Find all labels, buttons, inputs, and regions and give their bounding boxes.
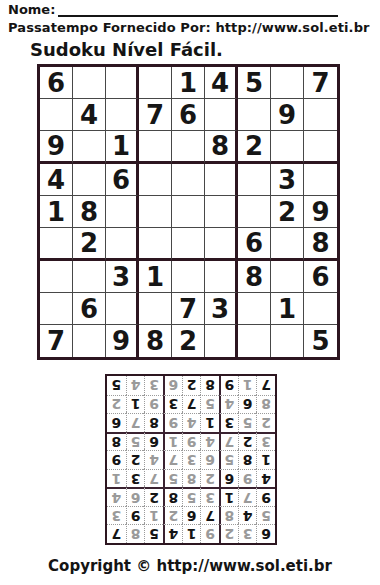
solution-cell-r7c3: 3 — [219, 413, 238, 432]
solution-cell-r8c8: 1 — [126, 395, 145, 414]
puzzle-cell-r5c1: 1 — [40, 196, 73, 228]
puzzle-cell-r8c2: 6 — [73, 293, 106, 325]
puzzle-cell-r7c3: 3 — [106, 261, 139, 293]
solution-cell-r7c8: 7 — [126, 413, 145, 432]
solution-cell-r5c1: 1 — [256, 450, 275, 469]
solution-cell-r8c3: 4 — [219, 395, 238, 414]
puzzle-cell-r1c1: 6 — [40, 67, 73, 99]
puzzle-cell-r5c2: 8 — [73, 196, 106, 228]
puzzle-cell-r2c1 — [40, 99, 73, 131]
puzzle-cell-r7c2 — [73, 261, 106, 293]
puzzle-cell-r2c2: 4 — [73, 99, 106, 131]
puzzle-cell-r7c1 — [40, 261, 73, 293]
name-underline — [58, 2, 338, 17]
name-line: Nome: — [8, 2, 338, 17]
puzzle-cell-r2c8: 9 — [271, 99, 304, 131]
puzzle-cell-r2c9 — [304, 99, 337, 131]
puzzle-cell-r6c3 — [106, 228, 139, 261]
puzzle-cell-r3c2 — [73, 131, 106, 164]
puzzle-cell-r2c6 — [205, 99, 238, 131]
puzzle-cell-r6c9: 8 — [304, 228, 337, 261]
solution-cell-r9c4: 8 — [200, 376, 219, 395]
puzzle-cell-r9c1: 7 — [40, 325, 73, 357]
solution-cell-r5c8: 2 — [126, 450, 145, 469]
solution-cell-r1c2: 3 — [238, 524, 257, 543]
puzzle-cell-r6c2: 2 — [73, 228, 106, 261]
puzzle-cell-r8c1 — [40, 293, 73, 325]
solution-cell-r3c1: 9 — [256, 487, 275, 506]
puzzle-cell-r6c7: 6 — [238, 228, 271, 261]
puzzle-cell-r7c6 — [205, 261, 238, 293]
solution-cell-r5c3: 5 — [219, 450, 238, 469]
solution-cell-r6c9: 8 — [107, 432, 126, 451]
sudoku-puzzle-grid: 614574769918246318292683186673179825 — [37, 64, 340, 360]
puzzle-cell-r8c7 — [238, 293, 271, 325]
puzzle-cell-r8c5: 7 — [172, 293, 205, 325]
puzzle-cell-r4c9 — [304, 164, 337, 196]
copyright-text: Copyright © http://www.sol.eti.br — [0, 557, 380, 575]
solution-cell-r3c9: 4 — [107, 487, 126, 506]
solution-cell-r4c3: 6 — [219, 469, 238, 488]
solution-cell-r5c4: 6 — [200, 450, 219, 469]
puzzle-cell-r6c5 — [172, 228, 205, 261]
solution-cell-r6c2: 2 — [238, 432, 257, 451]
puzzle-cell-r2c4: 7 — [139, 99, 172, 131]
solution-cell-r7c5: 4 — [182, 413, 201, 432]
solution-cell-r7c4: 1 — [200, 413, 219, 432]
puzzle-cell-r4c8: 3 — [271, 164, 304, 196]
solution-cell-r5c2: 8 — [238, 450, 257, 469]
solution-cell-r1c7: 5 — [144, 524, 163, 543]
solution-cell-r1c1: 6 — [256, 524, 275, 543]
puzzle-cell-r5c9: 9 — [304, 196, 337, 228]
puzzle-cell-r8c6: 3 — [205, 293, 238, 325]
puzzle-cell-r9c5: 2 — [172, 325, 205, 357]
solution-cell-r9c8: 4 — [126, 376, 145, 395]
puzzle-cell-r7c9: 6 — [304, 261, 337, 293]
solution-cell-r9c3: 9 — [219, 376, 238, 395]
solution-cell-r9c5: 2 — [182, 376, 201, 395]
puzzle-cell-r4c3: 6 — [106, 164, 139, 196]
puzzle-cell-r6c8 — [271, 228, 304, 261]
puzzle-cell-r2c7 — [238, 99, 271, 131]
puzzle-cell-r7c8 — [271, 261, 304, 293]
solution-cell-r3c6: 8 — [163, 487, 182, 506]
solution-cell-r7c9: 6 — [107, 413, 126, 432]
solution-cell-r2c7: 1 — [144, 506, 163, 525]
puzzle-cell-r9c6 — [205, 325, 238, 357]
puzzle-cell-r1c4 — [139, 67, 172, 99]
solution-cell-r4c7: 7 — [144, 469, 163, 488]
solution-cell-r2c4: 7 — [200, 506, 219, 525]
solution-cell-r1c6: 4 — [163, 524, 182, 543]
puzzle-cell-r5c4 — [139, 196, 172, 228]
solution-cell-r3c7: 2 — [144, 487, 163, 506]
solution-cell-r4c8: 3 — [126, 469, 145, 488]
solution-cell-r4c1: 4 — [256, 469, 275, 488]
solution-cell-r3c8: 6 — [126, 487, 145, 506]
puzzle-cell-r8c4 — [139, 293, 172, 325]
solution-cell-r4c6: 5 — [163, 469, 182, 488]
puzzle-cell-r9c4: 8 — [139, 325, 172, 357]
solution-cell-r3c2: 7 — [238, 487, 257, 506]
puzzle-cell-r5c5 — [172, 196, 205, 228]
solution-cell-r6c5: 9 — [182, 432, 201, 451]
solution-cell-r9c7: 3 — [144, 376, 163, 395]
puzzle-cell-r1c7: 5 — [238, 67, 271, 99]
solution-cell-r9c6: 6 — [163, 376, 182, 395]
puzzle-cell-r9c3: 9 — [106, 325, 139, 357]
puzzle-cell-r5c8: 2 — [271, 196, 304, 228]
solution-cell-r3c5: 5 — [182, 487, 201, 506]
puzzle-cell-r1c3 — [106, 67, 139, 99]
solution-cell-r2c6: 2 — [163, 506, 182, 525]
solution-cell-r2c2: 4 — [238, 506, 257, 525]
printable-sudoku-page: Nome: Passatempo Fornecido Por: http://w… — [0, 0, 380, 585]
solution-cell-r8c5: 7 — [182, 395, 201, 414]
puzzle-cell-r9c2 — [73, 325, 106, 357]
sudoku-solution-grid-rotated: 6329145875487621939713582644962857311856… — [105, 374, 277, 545]
puzzle-cell-r2c3 — [106, 99, 139, 131]
solution-cell-r4c4: 2 — [200, 469, 219, 488]
puzzle-cell-r4c6 — [205, 164, 238, 196]
solution-cell-r8c2: 6 — [238, 395, 257, 414]
puzzle-cell-r5c6 — [205, 196, 238, 228]
puzzle-cell-r3c9 — [304, 131, 337, 164]
solution-cell-r8c6: 3 — [163, 395, 182, 414]
name-label: Nome: — [8, 2, 55, 17]
solution-cell-r1c4: 9 — [200, 524, 219, 543]
puzzle-cell-r4c4 — [139, 164, 172, 196]
puzzle-cell-r9c7 — [238, 325, 271, 357]
solution-cell-r1c5: 1 — [182, 524, 201, 543]
puzzle-cell-r3c1: 9 — [40, 131, 73, 164]
solution-cell-r6c6: 1 — [163, 432, 182, 451]
solution-cell-r1c9: 7 — [107, 524, 126, 543]
solution-cell-r2c9: 3 — [107, 506, 126, 525]
puzzle-cell-r6c6 — [205, 228, 238, 261]
solution-cell-r8c7: 9 — [144, 395, 163, 414]
solution-cell-r2c3: 8 — [219, 506, 238, 525]
solution-cell-r4c2: 9 — [238, 469, 257, 488]
puzzle-cell-r3c8 — [271, 131, 304, 164]
puzzle-cell-r1c6: 4 — [205, 67, 238, 99]
puzzle-cell-r4c1: 4 — [40, 164, 73, 196]
solution-cell-r1c8: 8 — [126, 524, 145, 543]
solution-cell-r8c9: 2 — [107, 395, 126, 414]
puzzle-cell-r7c7: 8 — [238, 261, 271, 293]
solution-cell-r2c1: 5 — [256, 506, 275, 525]
solution-cell-r6c3: 7 — [219, 432, 238, 451]
solution-cell-r5c7: 4 — [144, 450, 163, 469]
puzzle-cell-r5c7 — [238, 196, 271, 228]
puzzle-cell-r7c4: 1 — [139, 261, 172, 293]
puzzle-cell-r6c4 — [139, 228, 172, 261]
puzzle-cell-r3c5 — [172, 131, 205, 164]
puzzle-cell-r1c2 — [73, 67, 106, 99]
provider-text: Passatempo Fornecido Por: http://www.sol… — [8, 20, 370, 35]
solution-cell-r6c8: 5 — [126, 432, 145, 451]
solution-cell-r1c3: 2 — [219, 524, 238, 543]
puzzle-cell-r4c2 — [73, 164, 106, 196]
puzzle-cell-r2c5: 6 — [172, 99, 205, 131]
solution-cell-r3c4: 3 — [200, 487, 219, 506]
solution-cell-r7c6: 9 — [163, 413, 182, 432]
puzzle-cell-r9c8 — [271, 325, 304, 357]
puzzle-cell-r8c9 — [304, 293, 337, 325]
solution-cell-r4c5: 8 — [182, 469, 201, 488]
puzzle-cell-r4c5 — [172, 164, 205, 196]
page-title: Sudoku Nível Fácil. — [30, 39, 223, 60]
solution-cell-r5c9: 9 — [107, 450, 126, 469]
solution-cell-r9c2: 1 — [238, 376, 257, 395]
solution-cell-r2c8: 9 — [126, 506, 145, 525]
solution-cell-r5c5: 3 — [182, 450, 201, 469]
puzzle-cell-r3c7: 2 — [238, 131, 271, 164]
solution-cell-r8c1: 8 — [256, 395, 275, 414]
puzzle-cell-r3c3: 1 — [106, 131, 139, 164]
solution-cell-r7c7: 8 — [144, 413, 163, 432]
puzzle-cell-r3c4 — [139, 131, 172, 164]
puzzle-cell-r3c6: 8 — [205, 131, 238, 164]
puzzle-cell-r4c7 — [238, 164, 271, 196]
puzzle-cell-r7c5 — [172, 261, 205, 293]
solution-cell-r2c5: 6 — [182, 506, 201, 525]
solution-cell-r7c1: 2 — [256, 413, 275, 432]
solution-cell-r9c1: 7 — [256, 376, 275, 395]
puzzle-cell-r1c9: 7 — [304, 67, 337, 99]
solution-cell-r8c4: 5 — [200, 395, 219, 414]
solution-cell-r6c1: 3 — [256, 432, 275, 451]
puzzle-cell-r9c9: 5 — [304, 325, 337, 357]
solution-cell-r4c9: 1 — [107, 469, 126, 488]
puzzle-cell-r1c5: 1 — [172, 67, 205, 99]
solution-cell-r6c4: 4 — [200, 432, 219, 451]
solution-cell-r7c2: 5 — [238, 413, 257, 432]
solution-cell-r9c9: 5 — [107, 376, 126, 395]
solution-cell-r5c6: 7 — [163, 450, 182, 469]
puzzle-cell-r8c8: 1 — [271, 293, 304, 325]
puzzle-cell-r5c3 — [106, 196, 139, 228]
puzzle-cell-r1c8 — [271, 67, 304, 99]
solution-cell-r3c3: 1 — [219, 487, 238, 506]
puzzle-cell-r6c1 — [40, 228, 73, 261]
solution-cell-r6c7: 6 — [144, 432, 163, 451]
puzzle-cell-r8c3 — [106, 293, 139, 325]
